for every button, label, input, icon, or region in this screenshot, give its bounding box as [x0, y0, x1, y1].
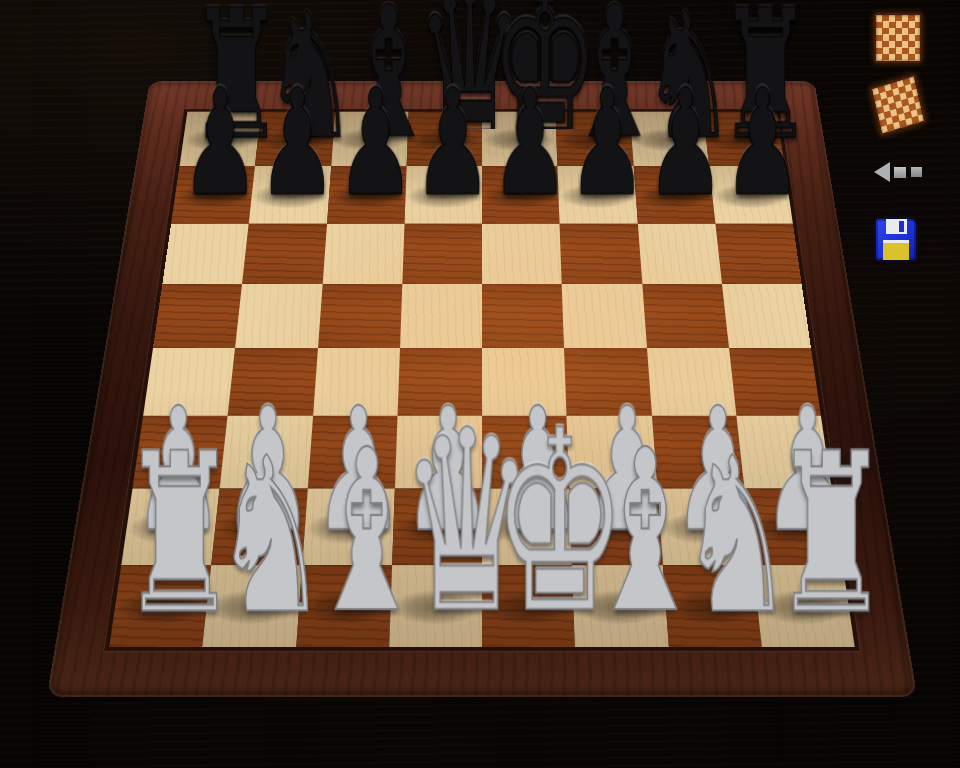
square-b6[interactable]	[242, 223, 326, 284]
piece-black-pawn[interactable]: ♟	[413, 69, 473, 216]
undo-arrow-head	[874, 162, 890, 182]
piece-white-rook[interactable]: ♜	[120, 424, 193, 645]
square-b5[interactable]	[235, 284, 322, 348]
board-2d-icon[interactable]	[874, 13, 922, 63]
piece-black-pawn[interactable]: ♟	[568, 69, 628, 216]
floppy-slot	[899, 221, 904, 232]
piece-black-pawn[interactable]: ♟	[645, 69, 705, 216]
piece-black-pawn[interactable]: ♟	[491, 69, 551, 216]
square-d5[interactable]	[400, 284, 482, 348]
square-h6[interactable]	[715, 223, 802, 284]
piece-white-king[interactable]: ♚	[492, 396, 565, 646]
piece-black-pawn[interactable]: ♟	[723, 69, 783, 216]
piece-white-rook[interactable]: ♜	[771, 424, 844, 645]
square-d1[interactable]: ♛	[389, 565, 482, 647]
piece-black-pawn[interactable]: ♟	[336, 69, 396, 216]
square-f5[interactable]	[562, 284, 647, 348]
piece-black-pawn[interactable]: ♟	[181, 69, 241, 216]
floppy-label	[883, 240, 909, 260]
square-e1[interactable]: ♚	[482, 565, 575, 647]
square-f7[interactable]: ♟	[558, 166, 638, 223]
square-c6[interactable]	[322, 223, 404, 284]
save-floppy-icon[interactable]	[876, 219, 916, 260]
floppy-shutter	[886, 219, 907, 234]
square-e7[interactable]: ♟	[482, 166, 560, 223]
undo-arrow-icon[interactable]	[874, 162, 922, 182]
square-a6[interactable]	[162, 223, 249, 284]
square-c1[interactable]: ♝	[296, 565, 392, 647]
undo-arrow-dash	[911, 167, 922, 177]
board-grid: ♜♞♝♛♚♝♞♜♟♟♟♟♟♟♟♟♟♟♟♟♟♟♟♟♜♞♝♛♚♝♞♜	[109, 112, 854, 647]
square-f6[interactable]	[560, 223, 642, 284]
square-c7[interactable]: ♟	[327, 166, 407, 223]
square-b7[interactable]: ♟	[249, 166, 331, 223]
square-a1[interactable]: ♜	[109, 565, 211, 647]
undo-arrow-dash	[894, 167, 906, 178]
square-g7[interactable]: ♟	[633, 166, 715, 223]
piece-white-queen[interactable]: ♛	[399, 396, 472, 646]
square-e6[interactable]	[482, 223, 562, 284]
square-e5[interactable]	[482, 284, 564, 348]
square-c5[interactable]	[318, 284, 403, 348]
square-g6[interactable]	[637, 223, 721, 284]
piece-black-pawn[interactable]: ♟	[258, 69, 318, 216]
square-a5[interactable]	[153, 284, 242, 348]
board-frame: ♜♞♝♛♚♝♞♜♟♟♟♟♟♟♟♟♟♟♟♟♟♟♟♟♜♞♝♛♚♝♞♜	[47, 81, 918, 697]
board-front-edge	[42, 697, 922, 725]
board-3d-icon[interactable]	[869, 74, 926, 137]
square-d7[interactable]: ♟	[404, 166, 482, 223]
square-h5[interactable]	[722, 284, 811, 348]
square-a7[interactable]: ♟	[171, 166, 255, 223]
piece-white-bishop[interactable]: ♝	[306, 421, 379, 645]
app-window: { "game": "chess", "view": "3d-perspecti…	[0, 0, 960, 768]
square-d6[interactable]	[402, 223, 482, 284]
square-g5[interactable]	[642, 284, 729, 348]
toolbar	[872, 0, 928, 300]
board-3d-scene: ♜♞♝♛♚♝♞♜♟♟♟♟♟♟♟♟♟♟♟♟♟♟♟♟♜♞♝♛♚♝♞♜	[47, 81, 918, 697]
